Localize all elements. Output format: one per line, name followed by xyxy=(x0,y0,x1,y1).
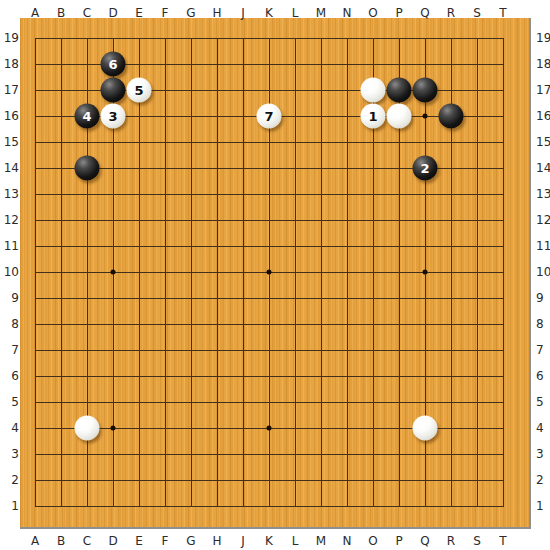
coord-label-left-19: 19 xyxy=(0,30,19,46)
coord-label-bottom-C: C xyxy=(74,533,100,549)
stone-white-E17-move-5: 5 xyxy=(127,78,152,103)
coord-label-left-6: 6 xyxy=(0,368,19,384)
coord-label-bottom-B: B xyxy=(48,533,74,549)
coord-label-top-O: O xyxy=(360,5,386,21)
coord-label-right-13: 13 xyxy=(536,186,550,202)
coord-label-left-8: 8 xyxy=(0,316,19,332)
move-number: 3 xyxy=(108,110,117,123)
coord-label-left-4: 4 xyxy=(0,420,19,436)
coord-label-right-6: 6 xyxy=(536,368,550,384)
move-number: 2 xyxy=(420,162,429,175)
coord-label-bottom-P: P xyxy=(386,533,412,549)
star-point-K4 xyxy=(267,426,272,431)
coord-label-bottom-A: A xyxy=(22,533,48,549)
star-point-K10 xyxy=(267,270,272,275)
coord-label-top-R: R xyxy=(438,5,464,21)
coord-label-top-D: D xyxy=(100,5,126,21)
coord-label-right-7: 7 xyxy=(536,342,550,358)
coord-label-top-P: P xyxy=(386,5,412,21)
coord-label-bottom-N: N xyxy=(334,533,360,549)
stone-black-P17 xyxy=(387,78,412,103)
coord-label-top-S: S xyxy=(464,5,490,21)
stone-black-R16 xyxy=(439,104,464,129)
coord-label-bottom-K: K xyxy=(256,533,282,549)
coord-label-right-12: 12 xyxy=(536,212,550,228)
coord-label-right-11: 11 xyxy=(536,238,550,254)
coord-label-left-5: 5 xyxy=(0,394,19,410)
coord-label-left-15: 15 xyxy=(0,134,19,150)
coord-label-bottom-O: O xyxy=(360,533,386,549)
coord-label-top-B: B xyxy=(48,5,74,21)
stone-white-O16-move-1: 1 xyxy=(361,104,386,129)
coord-label-top-Q: Q xyxy=(412,5,438,21)
coord-label-bottom-J: J xyxy=(230,533,256,549)
coord-label-left-9: 9 xyxy=(0,290,19,306)
stone-white-C4 xyxy=(75,416,100,441)
move-number: 1 xyxy=(368,110,377,123)
coord-label-bottom-T: T xyxy=(490,533,516,549)
coord-label-right-14: 14 xyxy=(536,160,550,176)
go-diagram: AABBCCDDEEFFGGHHJJKKLLMMNNOOPPQQRRSSTT19… xyxy=(0,0,550,550)
coord-label-top-K: K xyxy=(256,5,282,21)
coord-label-right-19: 19 xyxy=(536,30,550,46)
stone-white-O17 xyxy=(361,78,386,103)
stone-black-C16-move-4: 4 xyxy=(75,104,100,129)
stone-white-D16-move-3: 3 xyxy=(101,104,126,129)
coord-label-bottom-G: G xyxy=(178,533,204,549)
coord-label-right-3: 3 xyxy=(536,446,550,462)
coord-label-left-18: 18 xyxy=(0,56,19,72)
move-number: 4 xyxy=(82,110,91,123)
coord-label-bottom-S: S xyxy=(464,533,490,549)
coord-label-top-A: A xyxy=(22,5,48,21)
stone-black-Q17 xyxy=(413,78,438,103)
coord-label-left-11: 11 xyxy=(0,238,19,254)
go-board[interactable] xyxy=(20,18,531,529)
coord-label-top-T: T xyxy=(490,5,516,21)
coord-label-right-1: 1 xyxy=(536,498,550,514)
stone-white-Q4 xyxy=(413,416,438,441)
stone-white-K16-move-7: 7 xyxy=(257,104,282,129)
stone-black-D17 xyxy=(101,78,126,103)
coord-label-right-2: 2 xyxy=(536,472,550,488)
coord-label-right-9: 9 xyxy=(536,290,550,306)
coord-label-right-4: 4 xyxy=(536,420,550,436)
star-point-Q10 xyxy=(423,270,428,275)
coord-label-bottom-L: L xyxy=(282,533,308,549)
coord-label-top-C: C xyxy=(74,5,100,21)
star-point-Q16 xyxy=(423,114,428,119)
coord-label-left-16: 16 xyxy=(0,108,19,124)
stone-black-Q14-move-2: 2 xyxy=(413,156,438,181)
coord-label-bottom-R: R xyxy=(438,533,464,549)
coord-label-top-M: M xyxy=(308,5,334,21)
coord-label-right-5: 5 xyxy=(536,394,550,410)
coord-label-left-10: 10 xyxy=(0,264,19,280)
coord-label-bottom-F: F xyxy=(152,533,178,549)
coord-label-top-N: N xyxy=(334,5,360,21)
coord-label-left-17: 17 xyxy=(0,82,19,98)
coord-label-right-10: 10 xyxy=(536,264,550,280)
coord-label-right-8: 8 xyxy=(536,316,550,332)
coord-label-right-17: 17 xyxy=(536,82,550,98)
coord-label-top-H: H xyxy=(204,5,230,21)
coord-label-left-12: 12 xyxy=(0,212,19,228)
move-number: 7 xyxy=(264,110,273,123)
stone-white-P16 xyxy=(387,104,412,129)
coord-label-left-7: 7 xyxy=(0,342,19,358)
coord-label-left-3: 3 xyxy=(0,446,19,462)
coord-label-bottom-M: M xyxy=(308,533,334,549)
coord-label-left-2: 2 xyxy=(0,472,19,488)
coord-label-left-14: 14 xyxy=(0,160,19,176)
coord-label-right-15: 15 xyxy=(536,134,550,150)
coord-label-top-G: G xyxy=(178,5,204,21)
coord-label-right-18: 18 xyxy=(536,56,550,72)
coord-label-bottom-D: D xyxy=(100,533,126,549)
coord-label-top-F: F xyxy=(152,5,178,21)
coord-label-top-J: J xyxy=(230,5,256,21)
coord-label-bottom-H: H xyxy=(204,533,230,549)
stone-black-D18-move-6: 6 xyxy=(101,52,126,77)
star-point-D10 xyxy=(111,270,116,275)
coord-label-bottom-Q: Q xyxy=(412,533,438,549)
star-point-D4 xyxy=(111,426,116,431)
stone-black-C14 xyxy=(75,156,100,181)
coord-label-top-E: E xyxy=(126,5,152,21)
coord-label-right-16: 16 xyxy=(536,108,550,124)
coord-label-left-13: 13 xyxy=(0,186,19,202)
move-number: 5 xyxy=(134,84,143,97)
move-number: 6 xyxy=(108,58,117,71)
coord-label-bottom-E: E xyxy=(126,533,152,549)
coord-label-left-1: 1 xyxy=(0,498,19,514)
coord-label-top-L: L xyxy=(282,5,308,21)
